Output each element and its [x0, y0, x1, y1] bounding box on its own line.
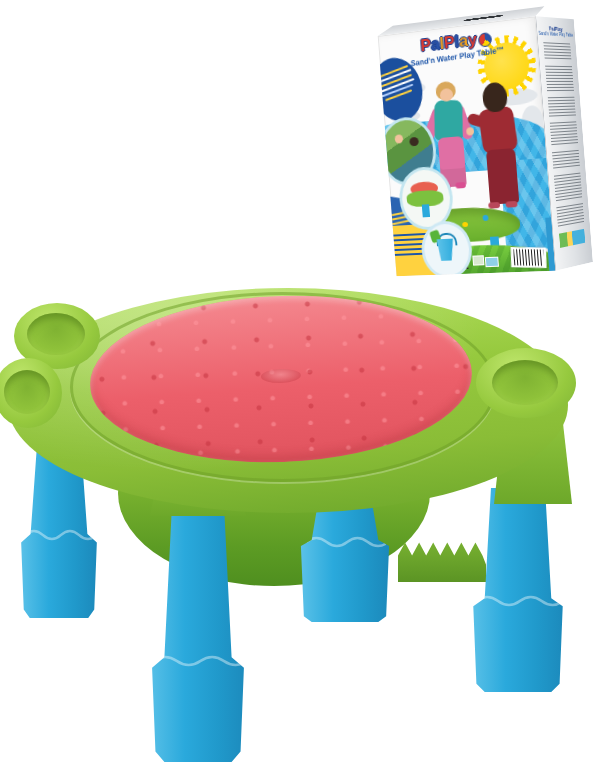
- leg-wave-detail: [474, 593, 561, 607]
- child-pants: [486, 148, 519, 205]
- cloud-icon: [521, 105, 546, 142]
- logo-letter: l: [454, 32, 460, 51]
- leg-wave-detail: [23, 527, 95, 541]
- thumbnail-image: [485, 257, 499, 268]
- lid-center-knob: [261, 368, 301, 383]
- side-text-block: [554, 172, 582, 202]
- child-shoe: [455, 182, 466, 189]
- logo-letter: y: [467, 30, 477, 50]
- side-text-block: [545, 65, 574, 91]
- toy: [482, 215, 488, 221]
- sun-icon: [483, 40, 531, 92]
- child-hair: [482, 81, 508, 113]
- logo-ball-icon: [478, 32, 493, 48]
- inset-child: [394, 134, 403, 143]
- barcode-bars: [514, 249, 544, 266]
- logo-letter: a: [458, 31, 468, 51]
- sun-rays: [475, 32, 538, 99]
- child-vest: [434, 100, 463, 140]
- child-figure-right: [470, 79, 537, 245]
- cup-recess: [492, 360, 558, 405]
- corner-cup-right: [476, 348, 576, 418]
- cloud-icon: [492, 86, 538, 107]
- box-assembly: PalPlay Sand'n Water Play Table™: [378, 16, 556, 276]
- sun-core: [483, 40, 531, 92]
- thumbnail-image: [472, 255, 484, 265]
- box-front-face: PalPlay Sand'n Water Play Table™: [378, 16, 556, 276]
- side-text-block: [556, 203, 584, 228]
- side-text-block: [552, 149, 580, 170]
- leg-wave-detail: [304, 534, 386, 548]
- child-arm: [467, 113, 497, 132]
- inset-table-leg: [422, 204, 430, 217]
- inset-child: [409, 137, 419, 147]
- cup-recess: [27, 313, 85, 355]
- side-footer-images: [559, 228, 586, 247]
- leg-wave-detail: [151, 653, 245, 667]
- child-shoe: [488, 202, 500, 209]
- cup-recess: [4, 370, 50, 414]
- pictured-table-leg: [490, 236, 500, 258]
- side-text-block: [548, 96, 576, 117]
- spec-text-line: [394, 248, 423, 251]
- child-shirt: [478, 105, 519, 155]
- table-leg-front-right: [466, 488, 570, 692]
- retail-box: PalPlay Sand'n Water Play Table™: [372, 0, 594, 300]
- bucket: [436, 239, 456, 262]
- child-shoe: [505, 201, 517, 208]
- side-text-block: [550, 121, 578, 147]
- side-title-label: Sand'n Water Play Table: [536, 31, 575, 39]
- barcode-icon: [511, 247, 547, 268]
- side-text-block: [543, 42, 571, 61]
- rim-scallop-detail: [398, 538, 486, 582]
- product-photo: PalPlay Sand'n Water Play Table™: [0, 0, 594, 768]
- child-hand: [466, 127, 474, 136]
